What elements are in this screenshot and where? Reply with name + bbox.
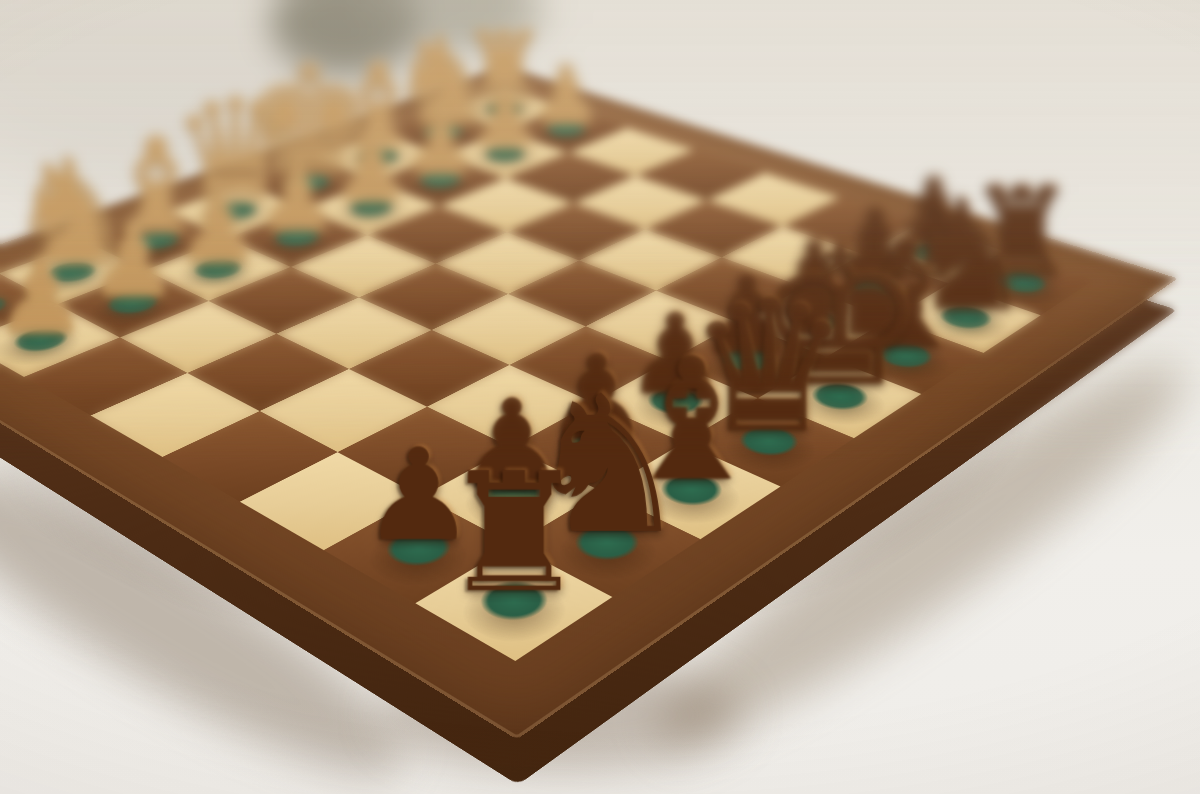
pawn-icon: ♟ (401, 100, 480, 188)
pawn-icon: ♟ (331, 125, 412, 216)
square-a8: ♜ (415, 545, 612, 661)
rook-icon: ♜ (440, 451, 587, 615)
pawn-icon: ♟ (175, 180, 262, 277)
square-h4 (636, 150, 765, 200)
pawn-icon: ♟ (88, 211, 178, 312)
pawn-icon: ♟ (0, 244, 88, 349)
photo-scene: ♜♟♟♜♞♟♟♞♝♟♟♝♚♟♟♚♛♟♟♛♝♟♟♝♞♟♟♞♜♟♟♜ (0, 0, 1200, 794)
pawn-icon: ♟ (255, 151, 339, 245)
